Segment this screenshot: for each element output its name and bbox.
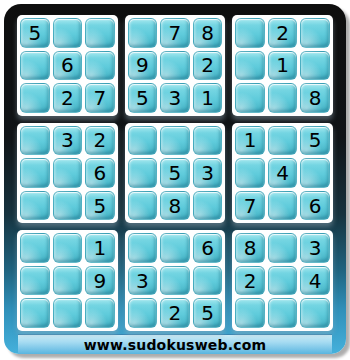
block-7: 19 xyxy=(17,230,118,331)
cell-r8c3[interactable]: 9 xyxy=(85,266,115,296)
cell-r7c7[interactable]: 8 xyxy=(235,233,265,263)
cell-r4c5[interactable] xyxy=(160,126,190,156)
cell-r1c2[interactable] xyxy=(53,18,83,48)
page: 562778925312183265538154761963258324 www… xyxy=(0,0,350,360)
cell-r6c3[interactable]: 5 xyxy=(85,191,115,221)
cell-r9c8[interactable] xyxy=(268,298,298,328)
cell-r6c8[interactable] xyxy=(268,191,298,221)
cell-r8c1[interactable] xyxy=(20,266,50,296)
cell-r2c9[interactable] xyxy=(300,51,330,81)
cell-r7c4[interactable] xyxy=(128,233,158,263)
cell-r1c7[interactable] xyxy=(235,18,265,48)
cell-r9c9[interactable] xyxy=(300,298,330,328)
cell-r4c8[interactable] xyxy=(268,126,298,156)
cell-r5c4[interactable] xyxy=(128,158,158,188)
cell-r3c2[interactable]: 2 xyxy=(53,83,83,113)
cell-r5c8[interactable]: 4 xyxy=(268,158,298,188)
block-1: 5627 xyxy=(17,15,118,116)
cell-r1c1[interactable]: 5 xyxy=(20,18,50,48)
cell-r4c2[interactable]: 3 xyxy=(53,126,83,156)
cell-r1c8[interactable]: 2 xyxy=(268,18,298,48)
cell-r3c9[interactable]: 8 xyxy=(300,83,330,113)
cell-r3c8[interactable] xyxy=(268,83,298,113)
cell-r1c4[interactable] xyxy=(128,18,158,48)
cell-r4c6[interactable] xyxy=(193,126,223,156)
cell-r9c2[interactable] xyxy=(53,298,83,328)
cell-r5c9[interactable] xyxy=(300,158,330,188)
cell-r9c6[interactable]: 5 xyxy=(193,298,223,328)
cell-r9c7[interactable] xyxy=(235,298,265,328)
cell-r1c6[interactable]: 8 xyxy=(193,18,223,48)
block-4: 3265 xyxy=(17,123,118,224)
cell-r7c3[interactable]: 1 xyxy=(85,233,115,263)
cell-r5c5[interactable]: 5 xyxy=(160,158,190,188)
cell-r3c7[interactable] xyxy=(235,83,265,113)
cell-r1c9[interactable] xyxy=(300,18,330,48)
cell-r4c1[interactable] xyxy=(20,126,50,156)
cell-r3c4[interactable]: 5 xyxy=(128,83,158,113)
cell-r3c6[interactable]: 1 xyxy=(193,83,223,113)
cell-r9c4[interactable] xyxy=(128,298,158,328)
cell-r2c5[interactable] xyxy=(160,51,190,81)
cell-r6c5[interactable]: 8 xyxy=(160,191,190,221)
cell-r6c4[interactable] xyxy=(128,191,158,221)
cell-r5c3[interactable]: 6 xyxy=(85,158,115,188)
block-3: 218 xyxy=(232,15,333,116)
block-2: 7892531 xyxy=(125,15,226,116)
cell-r9c3[interactable] xyxy=(85,298,115,328)
cell-r5c6[interactable]: 3 xyxy=(193,158,223,188)
cell-r3c1[interactable] xyxy=(20,83,50,113)
cell-r8c7[interactable]: 2 xyxy=(235,266,265,296)
cell-r4c9[interactable]: 5 xyxy=(300,126,330,156)
cell-r2c3[interactable] xyxy=(85,51,115,81)
cell-r4c7[interactable]: 1 xyxy=(235,126,265,156)
cell-r2c7[interactable] xyxy=(235,51,265,81)
cell-r7c9[interactable]: 3 xyxy=(300,233,330,263)
cell-r5c7[interactable] xyxy=(235,158,265,188)
cell-r1c5[interactable]: 7 xyxy=(160,18,190,48)
cell-r3c3[interactable]: 7 xyxy=(85,83,115,113)
cell-r8c9[interactable]: 4 xyxy=(300,266,330,296)
cell-r5c2[interactable] xyxy=(53,158,83,188)
cell-r2c4[interactable]: 9 xyxy=(128,51,158,81)
cell-r8c2[interactable] xyxy=(53,266,83,296)
sudoku-board: 562778925312183265538154761963258324 xyxy=(17,15,333,331)
cell-r8c4[interactable]: 3 xyxy=(128,266,158,296)
cell-r9c1[interactable] xyxy=(20,298,50,328)
cell-r6c2[interactable] xyxy=(53,191,83,221)
block-6: 15476 xyxy=(232,123,333,224)
cell-r7c2[interactable] xyxy=(53,233,83,263)
sudoku-frame: 562778925312183265538154761963258324 www… xyxy=(4,4,346,354)
site-url[interactable]: www.sudokusweb.com xyxy=(84,337,267,353)
cell-r9c5[interactable]: 2 xyxy=(160,298,190,328)
cell-r8c8[interactable] xyxy=(268,266,298,296)
cell-r6c1[interactable] xyxy=(20,191,50,221)
cell-r2c2[interactable]: 6 xyxy=(53,51,83,81)
cell-r6c6[interactable] xyxy=(193,191,223,221)
cell-r2c6[interactable]: 2 xyxy=(193,51,223,81)
cell-r8c5[interactable] xyxy=(160,266,190,296)
cell-r6c7[interactable]: 7 xyxy=(235,191,265,221)
cell-r4c4[interactable] xyxy=(128,126,158,156)
cell-r7c6[interactable]: 6 xyxy=(193,233,223,263)
cell-r1c3[interactable] xyxy=(85,18,115,48)
cell-r7c5[interactable] xyxy=(160,233,190,263)
cell-r3c5[interactable]: 3 xyxy=(160,83,190,113)
cell-r7c1[interactable] xyxy=(20,233,50,263)
cell-r2c8[interactable]: 1 xyxy=(268,51,298,81)
cell-r2c1[interactable] xyxy=(20,51,50,81)
block-8: 6325 xyxy=(125,230,226,331)
cell-r6c9[interactable]: 6 xyxy=(300,191,330,221)
cell-r8c6[interactable] xyxy=(193,266,223,296)
block-9: 8324 xyxy=(232,230,333,331)
block-5: 538 xyxy=(125,123,226,224)
cell-r5c1[interactable] xyxy=(20,158,50,188)
cell-r7c8[interactable] xyxy=(268,233,298,263)
footer-bar: www.sudokusweb.com xyxy=(18,334,332,354)
cell-r4c3[interactable]: 2 xyxy=(85,126,115,156)
